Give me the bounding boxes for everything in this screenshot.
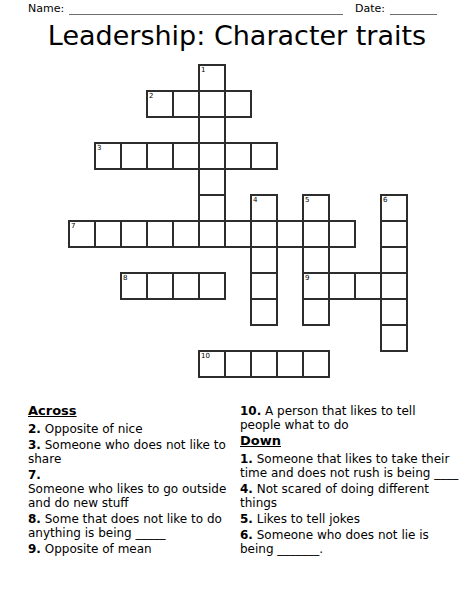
cell-r10c13[interactable] bbox=[380, 298, 408, 326]
cell-r4c7[interactable] bbox=[224, 142, 252, 170]
header-row: Name: Date: bbox=[28, 2, 437, 15]
clue-across-7: 7. Someone who likes to go outside and d… bbox=[28, 468, 236, 510]
cell-r2c5[interactable] bbox=[172, 90, 200, 118]
cell-r8c8[interactable] bbox=[250, 246, 278, 274]
clue-number: 8. bbox=[28, 512, 41, 526]
cell-number-3: 3 bbox=[97, 144, 101, 152]
clue-text: Someone who likes to go outside and do n… bbox=[28, 482, 226, 510]
cell-number-6: 6 bbox=[383, 196, 387, 204]
clue-number: 3. bbox=[28, 438, 41, 452]
cell-r7c2[interactable] bbox=[94, 220, 122, 248]
cell-r9c12[interactable] bbox=[354, 272, 382, 300]
clue-number: 9. bbox=[28, 542, 41, 556]
cell-r4c8[interactable] bbox=[250, 142, 278, 170]
clue-down-6: 6. Someone who does not lie is being ___… bbox=[240, 528, 466, 556]
cell-number-2: 2 bbox=[149, 92, 153, 100]
clue-number: 1. bbox=[240, 452, 253, 466]
cell-r2c4[interactable]: 2 bbox=[146, 90, 174, 118]
clues-section: Across2. Opposite of nice3. Someone who … bbox=[28, 404, 466, 558]
cell-r8c10[interactable] bbox=[302, 246, 330, 274]
across-heading: Across bbox=[28, 404, 236, 418]
cell-r4c4[interactable] bbox=[146, 142, 174, 170]
clues-column-left: Across2. Opposite of nice3. Someone who … bbox=[28, 404, 236, 558]
clue-across-9: 9. Opposite of mean bbox=[28, 542, 236, 556]
clue-text: Opposite of mean bbox=[45, 542, 152, 556]
clue-down-5: 5. Likes to tell jokes bbox=[240, 512, 466, 526]
date-input-line[interactable] bbox=[390, 3, 437, 15]
cell-r7c11[interactable] bbox=[328, 220, 356, 248]
cell-r7c6[interactable] bbox=[198, 220, 226, 248]
clue-text: Opposite of nice bbox=[45, 422, 143, 436]
cell-number-9: 9 bbox=[305, 274, 309, 282]
cell-number-5: 5 bbox=[305, 196, 309, 204]
clue-across-8: 8. Some that does not like to do anythin… bbox=[28, 512, 236, 540]
cell-r7c7[interactable] bbox=[224, 220, 252, 248]
down-heading: Down bbox=[240, 434, 466, 448]
cell-r10c10[interactable] bbox=[302, 298, 330, 326]
cell-r5c6[interactable] bbox=[198, 168, 226, 196]
clue-across-3: 3. Someone who does not like to share bbox=[28, 438, 236, 466]
cell-r9c5[interactable] bbox=[172, 272, 200, 300]
clue-number: 2. bbox=[28, 422, 41, 436]
cell-r6c8[interactable]: 4 bbox=[250, 194, 278, 222]
cell-number-10: 10 bbox=[201, 352, 210, 360]
cell-r7c9[interactable] bbox=[276, 220, 304, 248]
clue-down-4: 4. Not scared of doing different things bbox=[240, 482, 466, 510]
cell-r7c10[interactable] bbox=[302, 220, 330, 248]
clue-number: 7. bbox=[28, 468, 41, 482]
clue-text: Someone who does not like to share bbox=[28, 438, 226, 466]
cell-r7c13[interactable] bbox=[380, 220, 408, 248]
cell-r4c3[interactable] bbox=[120, 142, 148, 170]
cell-r2c7[interactable] bbox=[224, 90, 252, 118]
clue-down-1: 1. Someone that likes to take their time… bbox=[240, 452, 466, 480]
cell-number-8: 8 bbox=[123, 274, 127, 282]
cell-r12c6[interactable]: 10 bbox=[198, 350, 226, 378]
clue-number: 5. bbox=[240, 512, 253, 526]
cell-r7c3[interactable] bbox=[120, 220, 148, 248]
clue-text: A person that likes to tell people what … bbox=[240, 404, 416, 432]
cell-r4c2[interactable]: 3 bbox=[94, 142, 122, 170]
cell-r7c8[interactable] bbox=[250, 220, 278, 248]
cell-r7c5[interactable] bbox=[172, 220, 200, 248]
cell-r10c8[interactable] bbox=[250, 298, 278, 326]
clue-text: Some that does not like to do anything i… bbox=[28, 512, 222, 540]
cell-r4c5[interactable] bbox=[172, 142, 200, 170]
cell-r9c8[interactable] bbox=[250, 272, 278, 300]
clue-across-2: 2. Opposite of nice bbox=[28, 422, 236, 436]
cell-number-1: 1 bbox=[201, 66, 205, 74]
clue-number: 6. bbox=[240, 528, 253, 542]
clue-text: Someone who does not lie is being ______… bbox=[240, 528, 429, 556]
cell-r2c6[interactable] bbox=[198, 90, 226, 118]
cell-r9c6[interactable] bbox=[198, 272, 226, 300]
cell-r9c10[interactable]: 9 bbox=[302, 272, 330, 300]
clue-text: Not scared of doing different things bbox=[240, 482, 429, 510]
clue-number: 10. bbox=[240, 404, 261, 418]
cell-r11c13[interactable] bbox=[380, 324, 408, 352]
clue-text: Someone that likes to take their time an… bbox=[240, 452, 458, 480]
cell-r7c1[interactable]: 7 bbox=[68, 220, 96, 248]
cell-r9c4[interactable] bbox=[146, 272, 174, 300]
name-label: Name: bbox=[28, 2, 64, 15]
clue-text: Likes to tell jokes bbox=[257, 512, 360, 526]
cell-r7c4[interactable] bbox=[146, 220, 174, 248]
cell-r8c13[interactable] bbox=[380, 246, 408, 274]
name-input-line[interactable] bbox=[69, 3, 343, 15]
cell-r1c6[interactable]: 1 bbox=[198, 64, 226, 92]
cell-r6c10[interactable]: 5 bbox=[302, 194, 330, 222]
cell-r12c8[interactable] bbox=[250, 350, 278, 378]
cell-r3c6[interactable] bbox=[198, 116, 226, 144]
cell-r6c13[interactable]: 6 bbox=[380, 194, 408, 222]
cell-r9c11[interactable] bbox=[328, 272, 356, 300]
date-label: Date: bbox=[355, 2, 385, 15]
crossword-grid: 12345678910 bbox=[68, 64, 408, 378]
clue-number: 4. bbox=[240, 482, 253, 496]
cell-r12c9[interactable] bbox=[276, 350, 304, 378]
cell-r9c13[interactable] bbox=[380, 272, 408, 300]
clue-across-10: 10. A person that likes to tell people w… bbox=[240, 404, 466, 432]
cell-r12c10[interactable] bbox=[302, 350, 330, 378]
cell-number-4: 4 bbox=[253, 196, 257, 204]
cell-r12c7[interactable] bbox=[224, 350, 252, 378]
cell-r6c6[interactable] bbox=[198, 194, 226, 222]
clues-column-right: 10. A person that likes to tell people w… bbox=[240, 404, 466, 558]
cell-r4c6[interactable] bbox=[198, 142, 226, 170]
cell-r9c3[interactable]: 8 bbox=[120, 272, 148, 300]
cell-number-7: 7 bbox=[71, 222, 75, 230]
worksheet-page: Name: Date: Leadership: Character traits… bbox=[0, 0, 474, 613]
page-title: Leadership: Character traits bbox=[0, 20, 474, 52]
